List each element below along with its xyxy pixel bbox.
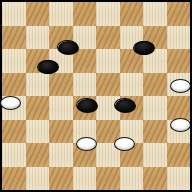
square-f8[interactable] [120, 2, 144, 26]
square-c3[interactable] [49, 120, 73, 144]
square-f1[interactable] [120, 167, 144, 191]
square-d8[interactable] [73, 2, 97, 26]
square-e5[interactable] [96, 73, 120, 97]
square-g5[interactable] [143, 73, 167, 97]
square-h8[interactable] [167, 2, 191, 26]
square-c8[interactable] [49, 2, 73, 26]
square-g8[interactable] [143, 2, 167, 26]
square-b8[interactable] [26, 2, 50, 26]
square-g4[interactable] [143, 96, 167, 120]
square-a5[interactable] [2, 73, 26, 97]
square-d1[interactable] [73, 167, 97, 191]
checkers-board [2, 2, 190, 190]
square-a6[interactable] [2, 49, 26, 73]
square-b3[interactable] [26, 120, 50, 144]
square-e6[interactable] [96, 49, 120, 73]
square-c4[interactable] [49, 96, 73, 120]
square-g3[interactable] [143, 120, 167, 144]
square-c1[interactable] [49, 167, 73, 191]
square-h6[interactable] [167, 49, 191, 73]
square-e7[interactable] [96, 26, 120, 50]
square-h1[interactable] [167, 167, 191, 191]
square-b4[interactable] [26, 96, 50, 120]
square-a8[interactable] [2, 2, 26, 26]
square-b5[interactable] [26, 73, 50, 97]
square-g1[interactable] [143, 167, 167, 191]
square-h2[interactable] [167, 143, 191, 167]
square-c5[interactable] [49, 73, 73, 97]
black-man-c7[interactable] [57, 40, 78, 54]
white-man-a4[interactable] [0, 96, 21, 110]
black-man-g7[interactable] [133, 41, 154, 55]
square-b7[interactable] [26, 26, 50, 50]
square-f5[interactable] [120, 73, 144, 97]
black-man-b6[interactable] [37, 60, 58, 74]
black-man-d4[interactable] [76, 98, 97, 112]
square-e1[interactable] [96, 167, 120, 191]
square-a2[interactable] [2, 143, 26, 167]
square-g2[interactable] [143, 143, 167, 167]
black-man-f4[interactable] [114, 98, 135, 112]
square-b1[interactable] [26, 167, 50, 191]
square-d5[interactable] [73, 73, 97, 97]
square-a1[interactable] [2, 167, 26, 191]
checkers-board-frame [0, 0, 192, 192]
square-a3[interactable] [2, 120, 26, 144]
square-b2[interactable] [26, 143, 50, 167]
square-c2[interactable] [49, 143, 73, 167]
square-h7[interactable] [167, 26, 191, 50]
square-h4[interactable] [167, 96, 191, 120]
square-e8[interactable] [96, 2, 120, 26]
square-a7[interactable] [2, 26, 26, 50]
white-man-f2[interactable] [114, 137, 135, 151]
